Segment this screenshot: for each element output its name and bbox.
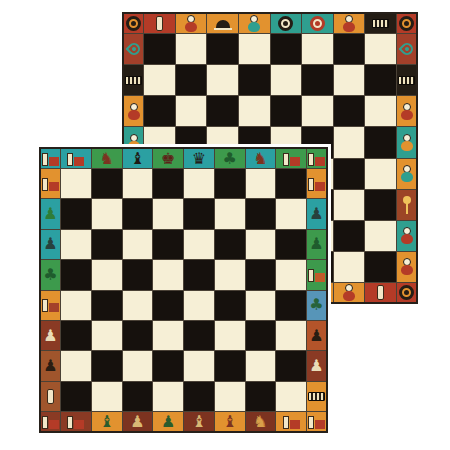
- spear-guard-icon: ♟: [43, 236, 57, 252]
- border-tile-right-2-label: [397, 65, 416, 95]
- rings-icon: [310, 16, 325, 31]
- border-tile-top-5-rings: [271, 14, 302, 33]
- jester-icon: ♝: [130, 151, 144, 167]
- border-tile-right-7-matryoshka: [397, 221, 416, 251]
- square-c1-dark[interactable]: [123, 382, 153, 411]
- square-d8-light[interactable]: [239, 34, 270, 64]
- banner-icon: [308, 392, 325, 401]
- square-a7-light[interactable]: [144, 65, 175, 95]
- plant-icon: [401, 196, 413, 214]
- border-tile-bottom-5-slinger: ♝: [184, 412, 214, 431]
- door-icon: [47, 389, 54, 404]
- square-h2-dark[interactable]: [276, 351, 306, 380]
- border-tile-top-3-dome: [207, 14, 238, 33]
- border-tile-top-1-castle-wall: [61, 149, 91, 168]
- castle-wall-icon: [283, 152, 300, 166]
- border-tile-right-5-tree-with-bird: ♣: [307, 291, 326, 320]
- juggler-icon: ♝: [222, 414, 236, 430]
- border-tile-bottom-3-lute-player: ♟: [123, 412, 153, 431]
- castle-tower-icon: [308, 177, 325, 191]
- square-d3-light[interactable]: [153, 321, 183, 350]
- square-b3-light[interactable]: [92, 321, 122, 350]
- square-h3-dark[interactable]: [365, 190, 396, 220]
- square-e6-light[interactable]: [184, 230, 214, 259]
- square-a5-dark[interactable]: [61, 260, 91, 289]
- border-tile-left-2-label: [124, 65, 143, 95]
- square-g1-dark[interactable]: [246, 382, 276, 411]
- border-tile-corner-br-corner-rings: [397, 283, 416, 302]
- product-photo-two-sided-game-board: ♞♝♚♛♣♞♟♟♟♟♣♣♟♟♟♟♝♟♟♝♝♞: [0, 0, 450, 450]
- square-a4-light[interactable]: [61, 291, 91, 320]
- square-c6-dark[interactable]: [207, 96, 238, 126]
- border-tile-left-8-door: [41, 382, 60, 411]
- tree-figure-icon: ♣: [222, 151, 236, 167]
- border-tile-corner-tr-corner-rings: [397, 14, 416, 33]
- square-h8-light[interactable]: [365, 34, 396, 64]
- square-d5-light[interactable]: [153, 260, 183, 289]
- castle-corner-icon: [308, 152, 325, 166]
- square-c5-dark[interactable]: [123, 260, 153, 289]
- border-tile-corner-br-castle-corner: [307, 412, 326, 431]
- square-a6-light[interactable]: [61, 230, 91, 259]
- banner-icon: [156, 16, 163, 31]
- square-h6-dark[interactable]: [276, 230, 306, 259]
- border-tile-left-4-tree: ♣: [41, 260, 60, 289]
- square-h1-light[interactable]: [276, 382, 306, 411]
- square-d2-dark[interactable]: [153, 351, 183, 380]
- square-e1-dark[interactable]: [184, 382, 214, 411]
- border-tile-bottom-6-juggler: ♝: [215, 412, 245, 431]
- square-c7-dark[interactable]: [123, 199, 153, 228]
- matryoshka-icon: [248, 15, 260, 32]
- castle-corner-icon: [42, 152, 59, 166]
- square-a7-dark[interactable]: [61, 199, 91, 228]
- square-c6-light[interactable]: [123, 230, 153, 259]
- border-tile-right-6-two-figures: ♟: [307, 321, 326, 350]
- square-b2-dark[interactable]: [92, 351, 122, 380]
- square-e6-dark[interactable]: [271, 96, 302, 126]
- square-g2-light[interactable]: [246, 351, 276, 380]
- matryoshka-icon: [343, 15, 355, 32]
- square-g7-dark[interactable]: [246, 199, 276, 228]
- border-tile-top-5-dark-king: ♛: [184, 149, 214, 168]
- square-e4-light[interactable]: [184, 291, 214, 320]
- square-e8-light[interactable]: [184, 169, 214, 198]
- square-h1-dark[interactable]: [365, 252, 396, 282]
- square-e3-dark[interactable]: [184, 321, 214, 350]
- square-f6-light[interactable]: [302, 96, 333, 126]
- green-archer-icon: ♟: [309, 236, 323, 252]
- square-g4-light[interactable]: [246, 291, 276, 320]
- square-b7-dark[interactable]: [176, 65, 207, 95]
- square-g5-dark[interactable]: [246, 260, 276, 289]
- border-tile-right-6-plant: [397, 190, 416, 220]
- square-f1-light[interactable]: [215, 382, 245, 411]
- border-tile-top-6-rings: [302, 14, 333, 33]
- board-front-chess-side: ♞♝♚♛♣♞♟♟♟♟♣♣♟♟♟♟♝♟♟♝♝♞: [39, 147, 328, 433]
- square-b7-light[interactable]: [92, 199, 122, 228]
- border-tile-left-1-paisley: [124, 34, 143, 64]
- border-tile-bottom-2-jester: ♝: [92, 412, 122, 431]
- square-f3-light[interactable]: [215, 321, 245, 350]
- border-tile-top-2-horseman: ♞: [92, 149, 122, 168]
- green-hat-figure-icon: ♟: [161, 414, 175, 430]
- robed-figure-icon: ♟: [43, 358, 57, 374]
- square-e5-dark[interactable]: [184, 260, 214, 289]
- border-tile-left-7-robed-figure: ♟: [41, 351, 60, 380]
- corner-rings-icon: [126, 16, 141, 31]
- square-d7-dark[interactable]: [239, 65, 270, 95]
- square-f4-dark[interactable]: [215, 291, 245, 320]
- matryoshka-icon: [401, 258, 413, 275]
- square-h4-dark[interactable]: [276, 291, 306, 320]
- border-tile-top-2-matryoshka: [176, 14, 207, 33]
- square-h3-light[interactable]: [276, 321, 306, 350]
- square-d6-dark[interactable]: [153, 230, 183, 259]
- square-a2-light[interactable]: [61, 351, 91, 380]
- square-g8-light[interactable]: [246, 169, 276, 198]
- border-tile-top-3-jester: ♝: [123, 149, 153, 168]
- square-g3-dark[interactable]: [246, 321, 276, 350]
- crossbow-archer-icon: ♟: [43, 328, 57, 344]
- border-tile-bottom-8-castle-wall: [276, 412, 306, 431]
- square-e7-dark[interactable]: [184, 199, 214, 228]
- label-icon: [398, 76, 415, 85]
- border-tile-right-7-crossbow-archer: ♟: [307, 351, 326, 380]
- square-a1-dark[interactable]: [61, 382, 91, 411]
- border-tile-right-3-matryoshka: [397, 96, 416, 126]
- border-tile-right-5-matryoshka: [397, 159, 416, 189]
- square-a8-light[interactable]: [61, 169, 91, 198]
- castle-wall-icon: [67, 152, 84, 166]
- rings-icon: [278, 16, 293, 31]
- square-g2-dark[interactable]: [334, 221, 365, 251]
- border-tile-left-2-green-archer: ♟: [41, 199, 60, 228]
- square-g8-dark[interactable]: [334, 34, 365, 64]
- dome-icon: [216, 20, 230, 28]
- slinger-icon: ♝: [192, 414, 206, 430]
- border-tile-right-4-house: [307, 260, 326, 289]
- spear-guard-icon: ♟: [309, 206, 323, 222]
- square-c8-dark[interactable]: [207, 34, 238, 64]
- square-h2-light[interactable]: [365, 221, 396, 251]
- king-icon: ♚: [161, 151, 175, 167]
- castle-tower-icon: [42, 177, 59, 191]
- border-tile-right-3-green-archer: ♟: [307, 230, 326, 259]
- square-d8-dark[interactable]: [153, 169, 183, 198]
- border-tile-corner-tr-castle-corner: [307, 149, 326, 168]
- border-tile-top-8-label: [365, 14, 396, 33]
- square-a8-dark[interactable]: [144, 34, 175, 64]
- square-b8-light[interactable]: [176, 34, 207, 64]
- border-tile-right-2-spear-guard: ♟: [307, 199, 326, 228]
- square-b4-dark[interactable]: [92, 291, 122, 320]
- paisley-icon: [125, 41, 142, 58]
- paisley-icon: [398, 41, 415, 58]
- square-h7-dark[interactable]: [365, 65, 396, 95]
- square-e2-light[interactable]: [184, 351, 214, 380]
- square-c7-light[interactable]: [207, 65, 238, 95]
- matryoshka-icon: [401, 165, 413, 182]
- square-a6-dark[interactable]: [144, 96, 175, 126]
- square-f8-dark[interactable]: [215, 169, 245, 198]
- square-b8-dark[interactable]: [92, 169, 122, 198]
- two-figures-icon: ♟: [309, 328, 323, 344]
- square-f2-dark[interactable]: [215, 351, 245, 380]
- border-tile-left-1-castle-tower: [41, 169, 60, 198]
- house-icon: [42, 298, 59, 312]
- matryoshka-icon: [401, 103, 413, 120]
- square-h8-dark[interactable]: [276, 169, 306, 198]
- square-d6-light[interactable]: [239, 96, 270, 126]
- square-b6-light[interactable]: [176, 96, 207, 126]
- tree-icon: ♣: [43, 267, 57, 283]
- border-tile-top-7-matryoshka: [334, 14, 365, 33]
- border-tile-top-6-tree-figure: ♣: [215, 149, 245, 168]
- border-tile-top-7-horseman: ♞: [246, 149, 276, 168]
- square-h6-light[interactable]: [365, 96, 396, 126]
- square-c3-dark[interactable]: [123, 321, 153, 350]
- square-h5-dark[interactable]: [365, 127, 396, 157]
- square-b1-light[interactable]: [92, 382, 122, 411]
- border-tile-right-4-matryoshka: [397, 127, 416, 157]
- square-d7-light[interactable]: [153, 199, 183, 228]
- square-d4-dark[interactable]: [153, 291, 183, 320]
- border-tile-bottom-7-horseman: ♞: [246, 412, 276, 431]
- square-f6-dark[interactable]: [215, 230, 245, 259]
- square-h4-light[interactable]: [365, 159, 396, 189]
- horseman-icon: ♞: [99, 151, 113, 167]
- border-tile-left-3-spear-guard: ♟: [41, 230, 60, 259]
- square-c8-light[interactable]: [123, 169, 153, 198]
- border-tile-bottom-7-matryoshka: [334, 283, 365, 302]
- corner-rings-icon: [399, 16, 414, 31]
- border-tile-bottom-1-castle-wall: [61, 412, 91, 431]
- square-f5-light[interactable]: [215, 260, 245, 289]
- border-tile-bottom-4-green-hat-figure: ♟: [153, 412, 183, 431]
- border-tile-right-1-paisley: [397, 34, 416, 64]
- border-tile-left-5-house: [41, 291, 60, 320]
- square-a3-dark[interactable]: [61, 321, 91, 350]
- matryoshka-icon: [343, 284, 355, 301]
- tree-with-bird-icon: ♣: [309, 297, 323, 313]
- square-g1-light[interactable]: [334, 252, 365, 282]
- lute-player-icon: ♟: [130, 414, 144, 430]
- border-tile-top-1-banner: [144, 14, 175, 33]
- border-tile-right-1-castle-tower: [307, 169, 326, 198]
- corner-rings-icon: [399, 285, 414, 300]
- square-c4-light[interactable]: [123, 291, 153, 320]
- border-tile-corner-tl-castle-corner: [41, 149, 60, 168]
- border-tile-bottom-8-banner: [365, 283, 396, 302]
- horseman-icon: ♞: [253, 414, 267, 430]
- square-b5-light[interactable]: [92, 260, 122, 289]
- square-f7-light[interactable]: [215, 199, 245, 228]
- horseman-icon: ♞: [253, 151, 267, 167]
- border-tile-left-6-crossbow-archer: ♟: [41, 321, 60, 350]
- border-tile-left-3-matryoshka: [124, 96, 143, 126]
- castle-wall-icon: [67, 415, 84, 429]
- square-f8-light[interactable]: [302, 34, 333, 64]
- border-tile-top-8-castle-wall: [276, 149, 306, 168]
- square-g6-light[interactable]: [246, 230, 276, 259]
- matryoshka-icon: [185, 15, 197, 32]
- square-g4-dark[interactable]: [334, 159, 365, 189]
- dark-king-icon: ♛: [192, 151, 206, 167]
- square-b6-dark[interactable]: [92, 230, 122, 259]
- square-g5-light[interactable]: [334, 127, 365, 157]
- castle-corner-icon: [308, 415, 325, 429]
- border-tile-top-4-matryoshka: [239, 14, 270, 33]
- castle-wall-icon: [283, 415, 300, 429]
- jester-icon: ♝: [99, 414, 113, 430]
- label-icon: [372, 19, 389, 28]
- green-archer-icon: ♟: [43, 206, 57, 222]
- banner-icon: [377, 285, 384, 300]
- border-tile-corner-tl-corner-rings: [124, 14, 143, 33]
- square-g3-light[interactable]: [334, 190, 365, 220]
- border-tile-right-8-banner: [307, 382, 326, 411]
- square-g6-dark[interactable]: [334, 96, 365, 126]
- square-c2-light[interactable]: [123, 351, 153, 380]
- border-tile-corner-bl-castle-corner: [41, 412, 60, 431]
- label-icon: [125, 76, 142, 85]
- castle-corner-icon: [42, 415, 59, 429]
- square-d1-light[interactable]: [153, 382, 183, 411]
- border-tile-right-8-matryoshka: [397, 252, 416, 282]
- square-e8-dark[interactable]: [271, 34, 302, 64]
- square-f7-dark[interactable]: [302, 65, 333, 95]
- square-h5-light[interactable]: [276, 260, 306, 289]
- matryoshka-icon: [128, 103, 140, 120]
- square-e7-light[interactable]: [271, 65, 302, 95]
- square-g7-light[interactable]: [334, 65, 365, 95]
- border-tile-top-4-king: ♚: [153, 149, 183, 168]
- matryoshka-icon: [401, 227, 413, 244]
- square-h7-light[interactable]: [276, 199, 306, 228]
- matryoshka-icon: [401, 134, 413, 151]
- house-icon: [308, 268, 325, 282]
- crossbow-archer-icon: ♟: [309, 358, 323, 374]
